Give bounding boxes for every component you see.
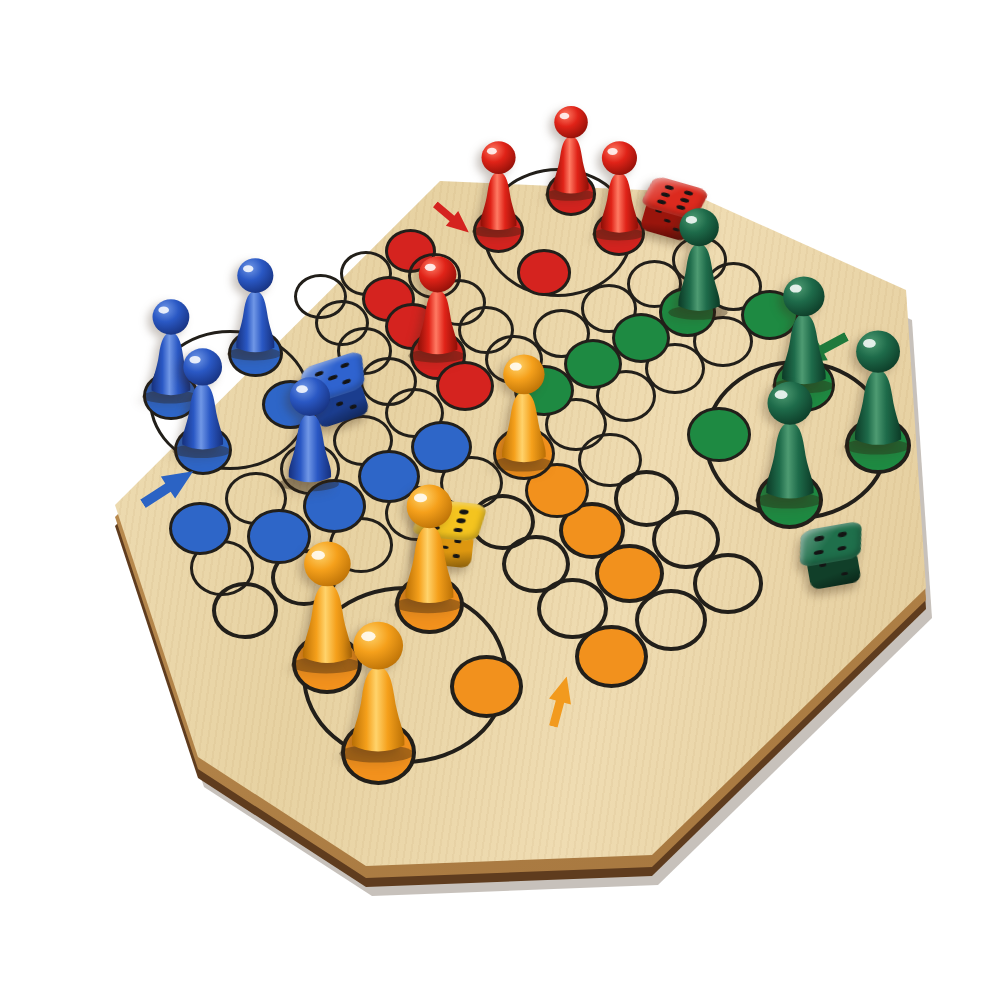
die-pip (657, 200, 667, 206)
photo-scene (0, 0, 1000, 1000)
die-pip (814, 550, 823, 556)
die-pip (841, 571, 848, 576)
die-pip (684, 190, 694, 196)
pawn-orange[interactable] (335, 620, 421, 764)
pawn-green[interactable] (768, 275, 840, 395)
die-pip (837, 546, 846, 552)
yard-spot-green[interactable] (687, 407, 751, 462)
die-pip (661, 192, 671, 198)
pawn-blue[interactable] (169, 347, 236, 459)
pawn-green[interactable] (840, 329, 916, 456)
die-pip (340, 362, 350, 370)
arrow-orange (540, 673, 580, 730)
pieces-overlay (0, 0, 1000, 1000)
die-pip (350, 404, 358, 410)
track-field[interactable] (294, 274, 346, 319)
run-field-green-2[interactable] (612, 313, 670, 363)
pawn-red[interactable] (589, 140, 650, 241)
pawn-red[interactable] (469, 140, 528, 239)
pawn-orange[interactable] (488, 353, 560, 473)
pawn-orange[interactable] (390, 483, 469, 614)
pawn-green[interactable] (665, 207, 733, 321)
die-green[interactable] (797, 521, 868, 592)
run-field-blue-4[interactable] (411, 421, 472, 473)
die-pip (838, 532, 847, 538)
yard-spot-orange[interactable] (450, 655, 523, 718)
pawn-green[interactable] (751, 380, 829, 510)
die-pip (665, 185, 675, 191)
die-pip (815, 536, 824, 542)
pawn-blue[interactable] (275, 376, 345, 492)
yard-spot-red[interactable] (517, 249, 571, 295)
run-field-red-4[interactable] (436, 361, 494, 411)
die-pip (680, 198, 690, 204)
start-field-blue[interactable] (169, 502, 231, 555)
pawn-red[interactable] (405, 255, 470, 364)
